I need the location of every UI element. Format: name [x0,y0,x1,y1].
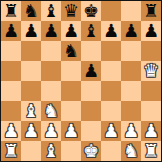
square-c7[interactable]: ♟ [41,21,61,41]
square-c3[interactable]: ♞ [41,101,61,121]
square-c1[interactable]: ♝ [41,141,61,161]
piece-black-rook: ♜ [143,1,159,21]
square-g2[interactable]: ♟ [121,121,141,141]
square-a6[interactable] [1,41,21,61]
piece-white-pawn: ♟ [143,121,159,141]
piece-black-king: ♚ [83,1,99,21]
piece-white-pawn: ♟ [123,121,139,141]
square-f4[interactable] [101,81,121,101]
piece-black-knight: ♞ [23,1,39,21]
square-e3[interactable] [81,101,101,121]
square-b6[interactable] [21,41,41,61]
square-c2[interactable]: ♟ [41,121,61,141]
square-g7[interactable]: ♟ [121,21,141,41]
piece-black-pawn: ♟ [63,21,79,41]
square-h6[interactable] [141,41,161,61]
square-g8[interactable] [121,1,141,21]
piece-black-rook: ♜ [3,1,19,21]
piece-black-pawn: ♟ [83,61,99,81]
square-d3[interactable] [61,101,81,121]
square-h5[interactable]: ♛ [141,61,161,81]
square-a5[interactable] [1,61,21,81]
square-a2[interactable]: ♟ [1,121,21,141]
piece-white-knight: ♞ [123,141,139,161]
square-a7[interactable]: ♟ [1,21,21,41]
square-f7[interactable]: ♟ [101,21,121,41]
square-b5[interactable] [21,61,41,81]
square-d4[interactable] [61,81,81,101]
piece-black-pawn: ♟ [123,21,139,41]
piece-white-pawn: ♟ [63,121,79,141]
square-g1[interactable]: ♞ [121,141,141,161]
square-b4[interactable] [21,81,41,101]
square-h2[interactable]: ♟ [141,121,161,141]
square-a1[interactable]: ♜ [1,141,21,161]
piece-white-knight: ♞ [43,101,59,121]
piece-white-pawn: ♟ [43,121,59,141]
square-h1[interactable]: ♜ [141,141,161,161]
square-a8[interactable]: ♜ [1,1,21,21]
square-f2[interactable]: ♟ [101,121,121,141]
piece-white-rook: ♜ [143,141,159,161]
square-f1[interactable] [101,141,121,161]
square-c4[interactable] [41,81,61,101]
square-b2[interactable]: ♟ [21,121,41,141]
square-g3[interactable] [121,101,141,121]
square-d1[interactable] [61,141,81,161]
square-g5[interactable] [121,61,141,81]
square-e2[interactable] [81,121,101,141]
square-f5[interactable] [101,61,121,81]
square-b3[interactable]: ♝ [21,101,41,121]
square-f6[interactable] [101,41,121,61]
piece-black-pawn: ♟ [23,21,39,41]
square-d5[interactable] [61,61,81,81]
chess-board: ♜♞♝♛♚♜♟♟♟♟♝♟♟♟♞♟♛♝♞♟♟♟♟♟♟♟♜♝♚♞♜ [0,0,162,162]
square-h8[interactable]: ♜ [141,1,161,21]
square-c6[interactable] [41,41,61,61]
piece-black-queen: ♛ [63,1,79,21]
piece-black-knight: ♞ [63,41,79,61]
piece-white-pawn: ♟ [3,121,19,141]
square-d7[interactable]: ♟ [61,21,81,41]
square-h7[interactable]: ♟ [141,21,161,41]
square-b7[interactable]: ♟ [21,21,41,41]
square-e8[interactable]: ♚ [81,1,101,21]
square-e5[interactable]: ♟ [81,61,101,81]
piece-black-bishop: ♝ [43,1,59,21]
square-e1[interactable]: ♚ [81,141,101,161]
square-c8[interactable]: ♝ [41,1,61,21]
square-g6[interactable] [121,41,141,61]
piece-white-bishop: ♝ [43,141,59,161]
piece-black-pawn: ♟ [143,21,159,41]
square-e4[interactable] [81,81,101,101]
square-g4[interactable] [121,81,141,101]
square-e7[interactable]: ♝ [81,21,101,41]
square-a3[interactable] [1,101,21,121]
square-d6[interactable]: ♞ [61,41,81,61]
square-d8[interactable]: ♛ [61,1,81,21]
square-d2[interactable]: ♟ [61,121,81,141]
piece-black-pawn: ♟ [43,21,59,41]
square-f8[interactable] [101,1,121,21]
square-b8[interactable]: ♞ [21,1,41,21]
square-c5[interactable] [41,61,61,81]
piece-black-pawn: ♟ [103,21,119,41]
square-h4[interactable] [141,81,161,101]
square-b1[interactable] [21,141,41,161]
square-e6[interactable] [81,41,101,61]
square-h3[interactable] [141,101,161,121]
piece-white-queen: ♛ [143,61,159,81]
piece-white-pawn: ♟ [103,121,119,141]
square-a4[interactable] [1,81,21,101]
piece-black-pawn: ♟ [3,21,19,41]
piece-white-pawn: ♟ [23,121,39,141]
piece-black-bishop: ♝ [83,21,99,41]
piece-white-rook: ♜ [3,141,19,161]
piece-white-bishop: ♝ [23,101,39,121]
square-f3[interactable] [101,101,121,121]
piece-white-king: ♚ [83,141,99,161]
